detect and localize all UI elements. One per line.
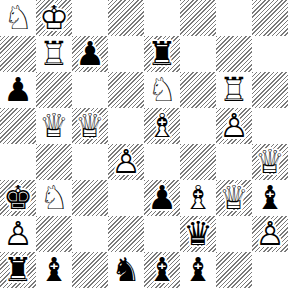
- piece-halo: ♞: [108, 252, 144, 288]
- white-pawn: ♙: [108, 144, 144, 180]
- chess-board: ♞♘♚♔♜♖♟♟♜♜♟♟♞♘♜♖♛♕♛♕♝♗♟♙♟♙♛♕♚♚♞♘♟♟♝♗♛♕♝♝…: [0, 0, 288, 288]
- square-e7[interactable]: ♜♜: [144, 36, 180, 72]
- square-e5[interactable]: ♝♗: [144, 108, 180, 144]
- white-king: ♔: [36, 0, 72, 36]
- square-h1[interactable]: [252, 252, 288, 288]
- white-bishop: ♗: [180, 180, 216, 216]
- black-bishop: ♝: [180, 252, 216, 288]
- black-bishop: ♝: [36, 252, 72, 288]
- square-f6[interactable]: [180, 72, 216, 108]
- white-knight: ♘: [36, 180, 72, 216]
- square-d1[interactable]: ♞♞: [108, 252, 144, 288]
- square-d6[interactable]: [108, 72, 144, 108]
- white-queen: ♕: [216, 180, 252, 216]
- square-f8[interactable]: [180, 0, 216, 36]
- square-h8[interactable]: [252, 0, 288, 36]
- square-b5[interactable]: ♛♕: [36, 108, 72, 144]
- square-f4[interactable]: [180, 144, 216, 180]
- piece-halo: ♞: [36, 180, 72, 216]
- square-b2[interactable]: [36, 216, 72, 252]
- piece-halo: ♜: [216, 72, 252, 108]
- white-knight: ♘: [144, 72, 180, 108]
- piece-halo: ♛: [252, 144, 288, 180]
- square-g2[interactable]: [216, 216, 252, 252]
- piece-halo: ♜: [0, 252, 36, 288]
- square-e6[interactable]: ♞♘: [144, 72, 180, 108]
- square-d7[interactable]: [108, 36, 144, 72]
- piece-halo: ♜: [144, 36, 180, 72]
- square-d5[interactable]: [108, 108, 144, 144]
- square-b6[interactable]: [36, 72, 72, 108]
- square-a5[interactable]: [0, 108, 36, 144]
- white-queen: ♕: [252, 144, 288, 180]
- square-f2[interactable]: ♛♛: [180, 216, 216, 252]
- piece-halo: ♟: [72, 36, 108, 72]
- square-b8[interactable]: ♚♔: [36, 0, 72, 36]
- square-d8[interactable]: [108, 0, 144, 36]
- black-king: ♚: [0, 180, 36, 216]
- black-bishop: ♝: [252, 180, 288, 216]
- piece-halo: ♝: [144, 108, 180, 144]
- square-e3[interactable]: ♟♟: [144, 180, 180, 216]
- piece-halo: ♟: [0, 72, 36, 108]
- white-knight: ♘: [0, 0, 36, 36]
- square-a7[interactable]: [0, 36, 36, 72]
- square-f3[interactable]: ♝♗: [180, 180, 216, 216]
- chess-diagram: ♞♘♚♔♜♖♟♟♜♜♟♟♞♘♜♖♛♕♛♕♝♗♟♙♟♙♛♕♚♚♞♘♟♟♝♗♛♕♝♝…: [0, 0, 288, 288]
- square-g3[interactable]: ♛♕: [216, 180, 252, 216]
- piece-halo: ♛: [36, 108, 72, 144]
- square-b1[interactable]: ♝♝: [36, 252, 72, 288]
- piece-halo: ♟: [144, 180, 180, 216]
- square-b7[interactable]: ♜♖: [36, 36, 72, 72]
- piece-halo: ♝: [180, 180, 216, 216]
- black-pawn: ♟: [0, 72, 36, 108]
- square-g1[interactable]: [216, 252, 252, 288]
- square-b3[interactable]: ♞♘: [36, 180, 72, 216]
- black-queen: ♛: [180, 216, 216, 252]
- piece-halo: ♟: [108, 144, 144, 180]
- square-d3[interactable]: [108, 180, 144, 216]
- white-pawn: ♙: [216, 108, 252, 144]
- square-f1[interactable]: ♝♝: [180, 252, 216, 288]
- square-d4[interactable]: ♟♙: [108, 144, 144, 180]
- square-a4[interactable]: [0, 144, 36, 180]
- black-pawn: ♟: [144, 180, 180, 216]
- square-e4[interactable]: [144, 144, 180, 180]
- square-a6[interactable]: ♟♟: [0, 72, 36, 108]
- square-c3[interactable]: [72, 180, 108, 216]
- square-a8[interactable]: ♞♘: [0, 0, 36, 36]
- piece-halo: ♞: [0, 0, 36, 36]
- square-c4[interactable]: [72, 144, 108, 180]
- square-e8[interactable]: [144, 0, 180, 36]
- square-b4[interactable]: [36, 144, 72, 180]
- square-h7[interactable]: [252, 36, 288, 72]
- white-queen: ♕: [36, 108, 72, 144]
- piece-halo: ♛: [180, 216, 216, 252]
- black-rook: ♜: [0, 252, 36, 288]
- white-queen: ♕: [72, 108, 108, 144]
- white-bishop: ♗: [144, 108, 180, 144]
- square-h4[interactable]: ♛♕: [252, 144, 288, 180]
- square-a2[interactable]: ♟♙: [0, 216, 36, 252]
- square-d2[interactable]: [108, 216, 144, 252]
- black-knight: ♞: [108, 252, 144, 288]
- black-bishop: ♝: [144, 252, 180, 288]
- square-c7[interactable]: ♟♟: [72, 36, 108, 72]
- piece-halo: ♟: [216, 108, 252, 144]
- piece-halo: ♟: [0, 216, 36, 252]
- square-h6[interactable]: [252, 72, 288, 108]
- square-f7[interactable]: [180, 36, 216, 72]
- square-c2[interactable]: [72, 216, 108, 252]
- square-e2[interactable]: [144, 216, 180, 252]
- square-g6[interactable]: ♜♖: [216, 72, 252, 108]
- square-h2[interactable]: ♟♙: [252, 216, 288, 252]
- square-g7[interactable]: [216, 36, 252, 72]
- white-pawn: ♙: [252, 216, 288, 252]
- piece-halo: ♞: [144, 72, 180, 108]
- piece-halo: ♛: [216, 180, 252, 216]
- square-g4[interactable]: [216, 144, 252, 180]
- square-c1[interactable]: [72, 252, 108, 288]
- piece-halo: ♟: [252, 216, 288, 252]
- piece-halo: ♚: [0, 180, 36, 216]
- square-h3[interactable]: ♝♝: [252, 180, 288, 216]
- square-c6[interactable]: [72, 72, 108, 108]
- square-c8[interactable]: [72, 0, 108, 36]
- square-a1[interactable]: ♜♜: [0, 252, 36, 288]
- piece-halo: ♛: [72, 108, 108, 144]
- square-c5[interactable]: ♛♕: [72, 108, 108, 144]
- square-h5[interactable]: [252, 108, 288, 144]
- square-a3[interactable]: ♚♚: [0, 180, 36, 216]
- piece-halo: ♝: [36, 252, 72, 288]
- black-rook: ♜: [144, 36, 180, 72]
- white-pawn: ♙: [0, 216, 36, 252]
- piece-halo: ♝: [252, 180, 288, 216]
- square-g8[interactable]: [216, 0, 252, 36]
- black-pawn: ♟: [72, 36, 108, 72]
- square-g5[interactable]: ♟♙: [216, 108, 252, 144]
- piece-halo: ♚: [36, 0, 72, 36]
- square-e1[interactable]: ♝♝: [144, 252, 180, 288]
- piece-halo: ♜: [36, 36, 72, 72]
- white-rook: ♖: [36, 36, 72, 72]
- white-rook: ♖: [216, 72, 252, 108]
- square-f5[interactable]: [180, 108, 216, 144]
- piece-halo: ♝: [180, 252, 216, 288]
- piece-halo: ♝: [144, 252, 180, 288]
